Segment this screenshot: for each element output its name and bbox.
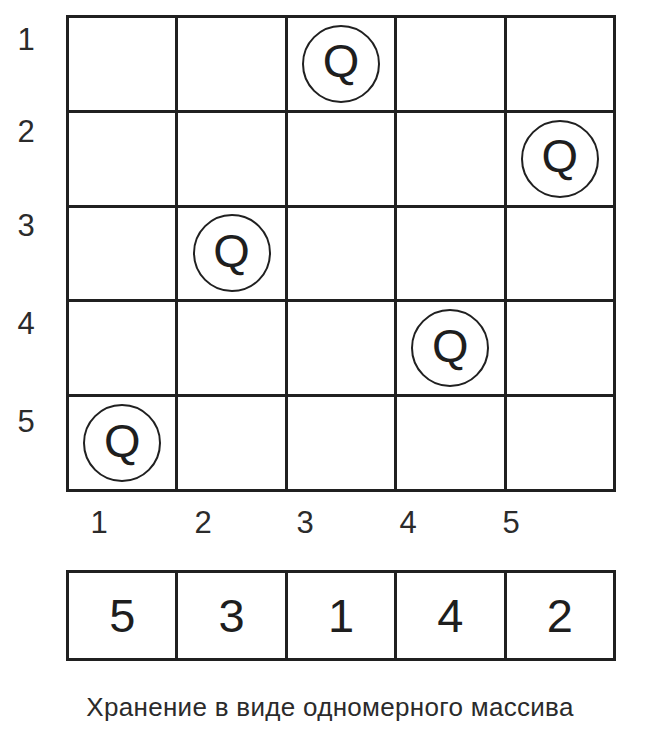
board-cell[interactable] [288, 113, 397, 208]
board-cell[interactable] [397, 18, 506, 113]
board-cell[interactable] [507, 208, 616, 303]
queen-glyph: Q [432, 322, 469, 369]
row-label: 3 [0, 210, 52, 241]
board-cell[interactable]: Q [397, 302, 506, 397]
col-label: 3 [280, 507, 330, 538]
board-grid: QQQQQ [66, 15, 616, 492]
col-label: 1 [74, 507, 124, 538]
queen-glyph: Q [104, 417, 141, 464]
queen-piece: Q [193, 214, 271, 292]
board-cell[interactable] [69, 18, 178, 113]
array-cell: 1 [288, 573, 397, 661]
board-cell[interactable] [178, 302, 287, 397]
board-cell[interactable] [178, 113, 287, 208]
board-cell[interactable]: Q [69, 397, 178, 492]
board-cell[interactable] [507, 302, 616, 397]
board-cell[interactable]: Q [288, 18, 397, 113]
board-cell[interactable] [288, 208, 397, 303]
queen-glyph: Q [541, 132, 578, 179]
queen-piece: Q [521, 120, 599, 198]
row-label: 5 [0, 406, 52, 437]
queen-glyph: Q [323, 37, 360, 84]
caption: Хранение в виде одномерного массива [0, 692, 660, 723]
board-cell[interactable] [397, 113, 506, 208]
array-row: 53142 [66, 570, 616, 661]
board-cell[interactable] [397, 208, 506, 303]
row-label: 4 [0, 308, 52, 339]
array-cell: 4 [397, 573, 506, 661]
board-cell[interactable]: Q [507, 113, 616, 208]
figure: 12345 QQQQQ 12345 53142 Хранение в виде … [0, 0, 660, 748]
array-cell: 3 [178, 573, 287, 661]
queen-piece: Q [83, 404, 161, 482]
board-cell[interactable] [507, 18, 616, 113]
queen-piece: Q [411, 309, 489, 387]
board-cell[interactable] [69, 113, 178, 208]
array-cell: 5 [69, 573, 178, 661]
board-cell[interactable] [288, 397, 397, 492]
row-label: 1 [0, 24, 52, 55]
board-cell[interactable] [69, 302, 178, 397]
array-cell: 2 [507, 573, 616, 661]
board-cell[interactable]: Q [178, 208, 287, 303]
board-cell[interactable] [397, 397, 506, 492]
col-label: 4 [383, 507, 433, 538]
board-cell[interactable] [288, 302, 397, 397]
board-cell[interactable] [178, 18, 287, 113]
queen-glyph: Q [213, 227, 250, 274]
board-cell[interactable] [69, 208, 178, 303]
row-label: 2 [0, 116, 52, 147]
col-label: 5 [486, 507, 536, 538]
queen-piece: Q [302, 25, 380, 103]
col-label: 2 [178, 507, 228, 538]
board-cell[interactable] [178, 397, 287, 492]
board-cell[interactable] [507, 397, 616, 492]
